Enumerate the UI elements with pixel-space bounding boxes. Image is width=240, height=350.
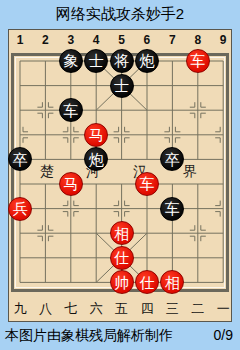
- piece-black-卒[interactable]: 卒: [160, 147, 184, 171]
- file-label-top: 3: [58, 32, 83, 48]
- file-label-bottom: 六: [83, 301, 108, 319]
- piece-red-兵[interactable]: 兵: [8, 197, 32, 221]
- file-label-top: 8: [185, 32, 210, 48]
- file-label-top: 4: [83, 32, 108, 48]
- board-panel: 123456789 象士将炮车士车马卒炮卒马车兵车相仕帅仕相 楚河汉界 九八七六…: [8, 29, 232, 322]
- file-label-bottom: 一: [210, 301, 235, 319]
- piece-black-车[interactable]: 车: [160, 197, 184, 221]
- piece-black-卒[interactable]: 卒: [8, 147, 32, 171]
- piece-red-车[interactable]: 车: [186, 49, 210, 73]
- piece-black-士[interactable]: 士: [110, 74, 134, 98]
- file-label-bottom: 三: [160, 301, 185, 319]
- piece-red-相[interactable]: 相: [160, 270, 184, 294]
- move-counter: 0/9: [214, 327, 233, 345]
- file-label-top: 6: [134, 32, 159, 48]
- river-label: 楚: [39, 163, 55, 181]
- file-label-bottom: 四: [134, 301, 159, 319]
- file-labels-top: 123456789: [7, 32, 236, 48]
- file-label-top: 2: [33, 32, 58, 48]
- file-label-top: 7: [160, 32, 185, 48]
- file-label-top: 9: [210, 32, 235, 48]
- piece-red-仕[interactable]: 仕: [110, 246, 134, 270]
- piece-red-帅[interactable]: 帅: [110, 270, 134, 294]
- footer-bar: 本图片由象棋残局解析制作 0/9: [5, 327, 233, 345]
- piece-red-马[interactable]: 马: [59, 172, 83, 196]
- piece-red-仕[interactable]: 仕: [135, 270, 159, 294]
- credit-text: 本图片由象棋残局解析制作: [5, 327, 173, 345]
- piece-black-炮[interactable]: 炮: [84, 147, 108, 171]
- file-labels-bottom: 九八七六五四三二一: [7, 301, 236, 319]
- file-label-bottom: 五: [109, 301, 134, 319]
- piece-black-士[interactable]: 士: [84, 49, 108, 73]
- file-label-bottom: 九: [7, 301, 32, 319]
- piece-black-炮[interactable]: 炮: [135, 49, 159, 73]
- page: 网络实战攻杀妙手2 123456789 象士将炮车士车马卒炮卒马车兵车相仕帅仕相…: [0, 0, 240, 350]
- file-label-bottom: 二: [185, 301, 210, 319]
- piece-black-车[interactable]: 车: [59, 98, 83, 122]
- piece-red-马[interactable]: 马: [84, 123, 108, 147]
- file-label-bottom: 七: [58, 301, 83, 319]
- file-label-top: 5: [109, 32, 134, 48]
- file-label-bottom: 八: [33, 301, 58, 319]
- piece-red-车[interactable]: 车: [135, 172, 159, 196]
- file-label-top: 1: [7, 32, 32, 48]
- piece-black-将[interactable]: 将: [110, 49, 134, 73]
- river-label: 界: [182, 163, 198, 181]
- piece-red-相[interactable]: 相: [110, 221, 134, 245]
- piece-black-象[interactable]: 象: [59, 49, 83, 73]
- puzzle-title: 网络实战攻杀妙手2: [0, 5, 240, 24]
